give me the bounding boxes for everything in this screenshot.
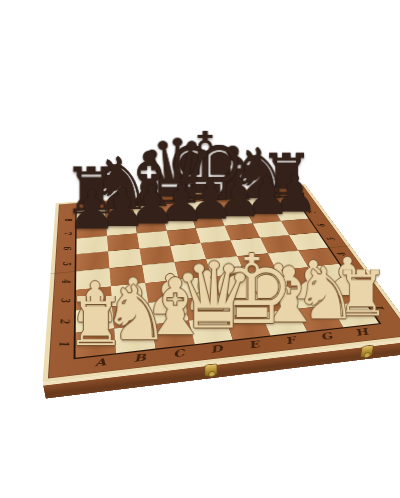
chess-board: ABCDEFGH ABCDEFGH 87654321 87654321 ♜♞♝♛… [43, 184, 400, 383]
square-a7: ♟ [77, 222, 107, 239]
square-a6 [76, 236, 108, 254]
white-rook-a1: ♜ [66, 288, 126, 355]
chess-set-product-photo: ABCDEFGH ABCDEFGH 87654321 87654321 ♜♞♝♛… [0, 0, 400, 498]
brass-clasp-icon [205, 364, 216, 376]
black-pawn-a7: ♟ [68, 183, 117, 237]
square-a1: ♜ [76, 329, 116, 358]
square-a5 [76, 251, 109, 271]
brass-clasp-icon [361, 345, 373, 357]
